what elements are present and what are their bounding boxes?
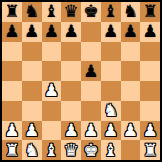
square-g2[interactable]: ♟ (121, 121, 141, 141)
square-d4[interactable] (61, 81, 81, 101)
square-f6[interactable] (101, 42, 121, 62)
square-c3[interactable] (42, 101, 62, 121)
square-c8[interactable]: ♝ (42, 2, 62, 22)
square-d5[interactable] (61, 61, 81, 81)
square-b4[interactable] (22, 81, 42, 101)
piece-white-rook: ♜ (4, 142, 19, 159)
square-g3[interactable] (121, 101, 141, 121)
square-c1[interactable]: ♝ (42, 140, 62, 160)
square-a1[interactable]: ♜ (2, 140, 22, 160)
square-d3[interactable] (61, 101, 81, 121)
piece-black-pawn: ♟ (44, 23, 59, 40)
piece-black-bishop: ♝ (103, 3, 118, 20)
square-b8[interactable]: ♞ (22, 2, 42, 22)
square-e8[interactable]: ♚ (81, 2, 101, 22)
square-d6[interactable] (61, 42, 81, 62)
piece-white-pawn: ♟ (103, 122, 118, 139)
square-h4[interactable] (140, 81, 160, 101)
square-c2[interactable] (42, 121, 62, 141)
square-e3[interactable] (81, 101, 101, 121)
square-h2[interactable]: ♟ (140, 121, 160, 141)
piece-black-pawn: ♟ (103, 23, 118, 40)
square-f4[interactable] (101, 81, 121, 101)
square-f5[interactable] (101, 61, 121, 81)
chess-board: ♜♞♝♛♚♝♞♜♟♟♟♟♟♟♟♟♟♞♟♟♟♟♟♟♟♜♞♝♛♚♝♜ (2, 2, 160, 160)
piece-white-pawn: ♟ (64, 122, 79, 139)
square-a4[interactable] (2, 81, 22, 101)
square-h5[interactable] (140, 61, 160, 81)
square-h1[interactable]: ♜ (140, 140, 160, 160)
square-e1[interactable]: ♚ (81, 140, 101, 160)
piece-black-knight: ♞ (123, 3, 138, 20)
square-a8[interactable]: ♜ (2, 2, 22, 22)
piece-white-bishop: ♝ (103, 142, 118, 159)
square-g1[interactable] (121, 140, 141, 160)
piece-black-pawn: ♟ (83, 63, 98, 80)
piece-white-pawn: ♟ (123, 122, 138, 139)
square-h3[interactable] (140, 101, 160, 121)
square-c5[interactable] (42, 61, 62, 81)
square-f2[interactable]: ♟ (101, 121, 121, 141)
square-e2[interactable]: ♟ (81, 121, 101, 141)
piece-white-bishop: ♝ (44, 142, 59, 159)
square-d2[interactable]: ♟ (61, 121, 81, 141)
piece-white-rook: ♜ (143, 142, 158, 159)
piece-white-pawn: ♟ (44, 82, 59, 99)
square-e7[interactable] (81, 22, 101, 42)
piece-black-pawn: ♟ (143, 23, 158, 40)
square-b1[interactable]: ♞ (22, 140, 42, 160)
piece-black-bishop: ♝ (44, 3, 59, 20)
square-a2[interactable]: ♟ (2, 121, 22, 141)
square-e6[interactable] (81, 42, 101, 62)
piece-black-pawn: ♟ (4, 23, 19, 40)
piece-black-pawn: ♟ (24, 23, 39, 40)
square-h7[interactable]: ♟ (140, 22, 160, 42)
piece-white-pawn: ♟ (4, 122, 19, 139)
square-h8[interactable]: ♜ (140, 2, 160, 22)
square-e5[interactable]: ♟ (81, 61, 101, 81)
square-c4[interactable]: ♟ (42, 81, 62, 101)
square-f1[interactable]: ♝ (101, 140, 121, 160)
piece-black-queen: ♛ (64, 3, 79, 20)
piece-white-king: ♚ (83, 142, 98, 159)
piece-white-knight: ♞ (24, 142, 39, 159)
piece-black-pawn: ♟ (64, 23, 79, 40)
square-f7[interactable]: ♟ (101, 22, 121, 42)
square-g5[interactable] (121, 61, 141, 81)
piece-black-rook: ♜ (4, 3, 19, 20)
square-a6[interactable] (2, 42, 22, 62)
square-f3[interactable]: ♞ (101, 101, 121, 121)
square-a5[interactable] (2, 61, 22, 81)
piece-white-queen: ♛ (64, 142, 79, 159)
piece-white-pawn: ♟ (24, 122, 39, 139)
square-d7[interactable]: ♟ (61, 22, 81, 42)
square-h6[interactable] (140, 42, 160, 62)
square-b3[interactable] (22, 101, 42, 121)
square-b2[interactable]: ♟ (22, 121, 42, 141)
piece-black-rook: ♜ (143, 3, 158, 20)
piece-white-pawn: ♟ (143, 122, 158, 139)
board-frame: ♜♞♝♛♚♝♞♜♟♟♟♟♟♟♟♟♟♞♟♟♟♟♟♟♟♜♞♝♛♚♝♜ (0, 0, 162, 162)
square-c6[interactable] (42, 42, 62, 62)
piece-black-pawn: ♟ (123, 23, 138, 40)
square-b6[interactable] (22, 42, 42, 62)
square-f8[interactable]: ♝ (101, 2, 121, 22)
square-g6[interactable] (121, 42, 141, 62)
square-b5[interactable] (22, 61, 42, 81)
piece-black-knight: ♞ (24, 3, 39, 20)
square-g8[interactable]: ♞ (121, 2, 141, 22)
square-a3[interactable] (2, 101, 22, 121)
square-e4[interactable] (81, 81, 101, 101)
square-b7[interactable]: ♟ (22, 22, 42, 42)
piece-black-king: ♚ (83, 3, 98, 20)
square-g7[interactable]: ♟ (121, 22, 141, 42)
piece-white-pawn: ♟ (83, 122, 98, 139)
square-d1[interactable]: ♛ (61, 140, 81, 160)
square-g4[interactable] (121, 81, 141, 101)
piece-white-knight: ♞ (103, 102, 118, 119)
square-a7[interactable]: ♟ (2, 22, 22, 42)
square-d8[interactable]: ♛ (61, 2, 81, 22)
square-c7[interactable]: ♟ (42, 22, 62, 42)
